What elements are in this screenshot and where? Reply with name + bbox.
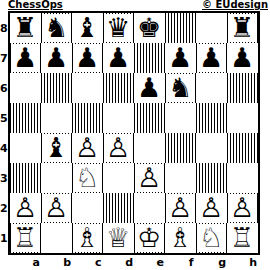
credit-link[interactable]: © EUdesign (202, 0, 268, 10)
white-pawn-a2[interactable]: ♙ (11, 194, 39, 222)
app-title[interactable]: ChessOps (8, 0, 63, 10)
square-h5[interactable] (227, 103, 258, 133)
white-bishop-c1[interactable]: ♗ (73, 224, 101, 252)
white-knight-g1[interactable]: ♘ (197, 224, 225, 252)
square-g4[interactable] (196, 133, 227, 163)
square-f6[interactable]: ♞ (165, 73, 196, 103)
square-e8[interactable]: ♚ (134, 13, 165, 43)
square-g8[interactable] (196, 13, 227, 43)
square-h8[interactable]: ♜ (227, 13, 258, 43)
square-d5[interactable] (103, 103, 134, 133)
rank-label-6: 6 (0, 73, 8, 103)
square-b4[interactable]: ♝ (41, 133, 72, 163)
rank-label-8: 8 (0, 13, 8, 43)
file-label-b: b (52, 256, 83, 269)
square-d3[interactable] (103, 163, 134, 193)
rank-label-2: 2 (0, 193, 8, 223)
square-f1[interactable]: ♗ (165, 223, 196, 253)
black-bishop-b4[interactable]: ♝ (42, 134, 70, 162)
square-d7[interactable]: ♟ (103, 43, 134, 73)
square-a5[interactable] (10, 103, 41, 133)
black-pawn-a7[interactable]: ♟ (11, 44, 39, 72)
square-h7[interactable]: ♟ (227, 43, 258, 73)
white-knight-c3[interactable]: ♘ (73, 164, 101, 192)
white-bishop-f1[interactable]: ♗ (166, 224, 194, 252)
square-d6[interactable] (103, 73, 134, 103)
square-e1[interactable]: ♔ (134, 223, 165, 253)
square-e6[interactable]: ♟ (134, 73, 165, 103)
file-labels: abcdefgh (19, 255, 270, 269)
black-pawn-c7[interactable]: ♟ (73, 44, 101, 72)
square-g5[interactable] (196, 103, 227, 133)
rank-label-4: 4 (0, 133, 8, 163)
square-g2[interactable]: ♙ (196, 193, 227, 223)
square-g7[interactable]: ♟ (196, 43, 227, 73)
square-f2[interactable]: ♙ (165, 193, 196, 223)
board-grid: ♜♞♝♛♚♜♟♟♟♟♟♟♟♟♞♝♙♙♘♙♙♙♙♙♙♖♗♕♔♗♘♖ (10, 13, 258, 253)
square-h6[interactable] (227, 73, 258, 103)
square-a1[interactable]: ♖ (10, 223, 41, 253)
square-e5[interactable] (134, 103, 165, 133)
white-pawn-e3[interactable]: ♙ (135, 164, 163, 192)
square-f3[interactable] (165, 163, 196, 193)
rank-label-3: 3 (0, 163, 8, 193)
square-h1[interactable]: ♖ (227, 223, 258, 253)
square-f4[interactable] (165, 133, 196, 163)
square-h2[interactable]: ♙ (227, 193, 258, 223)
black-pawn-g7[interactable]: ♟ (197, 44, 225, 72)
square-g6[interactable] (196, 73, 227, 103)
rank-label-1: 1 (0, 223, 8, 253)
white-pawn-h2[interactable]: ♙ (228, 194, 256, 222)
square-c6[interactable] (72, 73, 103, 103)
file-label-f: f (176, 256, 207, 269)
diagram: 87654321 ♜♞♝♛♚♜♟♟♟♟♟♟♟♟♞♝♙♙♘♙♙♙♙♙♙♖♗♕♔♗♘… (0, 11, 270, 269)
square-c1[interactable]: ♗ (72, 223, 103, 253)
black-pawn-f7[interactable]: ♟ (166, 44, 194, 72)
square-b7[interactable]: ♟ (41, 43, 72, 73)
square-d8[interactable]: ♛ (103, 13, 134, 43)
square-d4[interactable]: ♙ (103, 133, 134, 163)
black-knight-b8[interactable]: ♞ (42, 14, 70, 42)
file-label-h: h (238, 256, 269, 269)
file-label-e: e (145, 256, 176, 269)
square-e4[interactable] (134, 133, 165, 163)
square-g1[interactable]: ♘ (196, 223, 227, 253)
board-frame: ♜♞♝♛♚♜♟♟♟♟♟♟♟♟♞♝♙♙♘♙♙♙♙♙♙♖♗♕♔♗♘♖ (8, 11, 260, 255)
black-rook-h8[interactable]: ♜ (228, 14, 256, 42)
square-h4[interactable] (227, 133, 258, 163)
black-bishop-c8[interactable]: ♝ (73, 14, 101, 42)
square-c3[interactable]: ♘ (72, 163, 103, 193)
black-pawn-h7[interactable]: ♟ (228, 44, 256, 72)
white-queen-d1[interactable]: ♕ (104, 224, 132, 252)
square-g3[interactable] (196, 163, 227, 193)
square-h3[interactable] (227, 163, 258, 193)
header: ChessOps © EUdesign (0, 0, 270, 11)
square-d2[interactable] (103, 193, 134, 223)
black-king-e8[interactable]: ♚ (135, 14, 163, 42)
square-c7[interactable]: ♟ (72, 43, 103, 73)
white-rook-h1[interactable]: ♖ (228, 224, 256, 252)
white-pawn-d4[interactable]: ♙ (104, 134, 132, 162)
square-a8[interactable]: ♜ (10, 13, 41, 43)
square-b5[interactable] (41, 103, 72, 133)
file-label-a: a (21, 256, 52, 269)
square-c8[interactable]: ♝ (72, 13, 103, 43)
rank-label-5: 5 (0, 103, 8, 133)
square-e2[interactable] (134, 193, 165, 223)
white-pawn-c4[interactable]: ♙ (73, 134, 101, 162)
square-e7[interactable] (134, 43, 165, 73)
file-label-g: g (207, 256, 238, 269)
square-a2[interactable]: ♙ (10, 193, 41, 223)
black-pawn-b7[interactable]: ♟ (42, 44, 70, 72)
square-a6[interactable] (10, 73, 41, 103)
black-pawn-e6[interactable]: ♟ (135, 74, 163, 102)
square-b1[interactable] (41, 223, 72, 253)
white-rook-a1[interactable]: ♖ (11, 224, 39, 252)
black-queen-d8[interactable]: ♛ (104, 14, 132, 42)
square-a7[interactable]: ♟ (10, 43, 41, 73)
white-pawn-b2[interactable]: ♙ (42, 194, 70, 222)
black-rook-a8[interactable]: ♜ (11, 14, 39, 42)
file-label-d: d (114, 256, 145, 269)
white-king-e1[interactable]: ♔ (135, 224, 163, 252)
square-c2[interactable] (72, 193, 103, 223)
square-f5[interactable] (165, 103, 196, 133)
square-f7[interactable]: ♟ (165, 43, 196, 73)
rank-label-7: 7 (0, 43, 8, 73)
square-b6[interactable] (41, 73, 72, 103)
square-f8[interactable] (165, 13, 196, 43)
square-b3[interactable] (41, 163, 72, 193)
square-a3[interactable] (10, 163, 41, 193)
rank-labels: 87654321 (0, 11, 8, 253)
square-a4[interactable] (10, 133, 41, 163)
square-c4[interactable]: ♙ (72, 133, 103, 163)
square-d1[interactable]: ♕ (103, 223, 134, 253)
square-c5[interactable] (72, 103, 103, 133)
square-e3[interactable]: ♙ (134, 163, 165, 193)
black-knight-f6[interactable]: ♞ (166, 74, 194, 102)
white-pawn-g2[interactable]: ♙ (197, 194, 225, 222)
white-pawn-f2[interactable]: ♙ (166, 194, 194, 222)
black-pawn-d7[interactable]: ♟ (104, 44, 132, 72)
square-b2[interactable]: ♙ (41, 193, 72, 223)
file-label-c: c (83, 256, 114, 269)
square-b8[interactable]: ♞ (41, 13, 72, 43)
